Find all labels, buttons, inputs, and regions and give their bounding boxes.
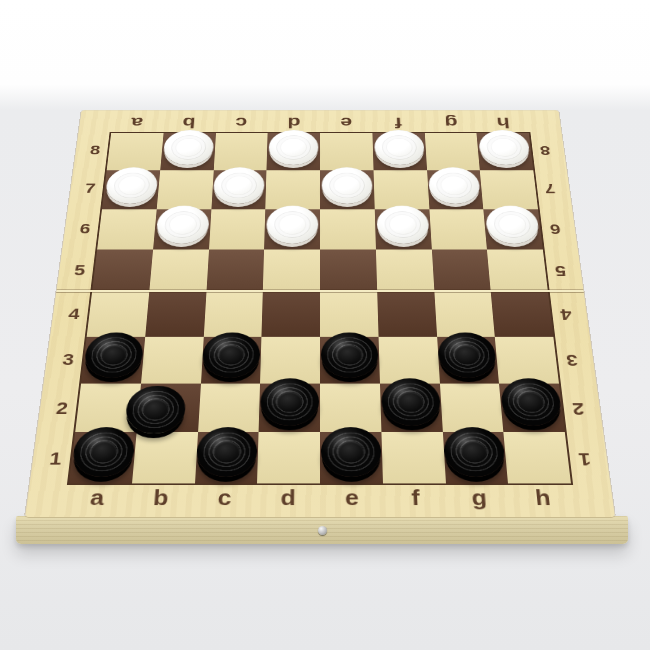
- square-c6[interactable]: [209, 209, 266, 250]
- square-g2[interactable]: [439, 383, 503, 432]
- square-f4[interactable]: [377, 292, 437, 336]
- square-d7[interactable]: [266, 170, 320, 209]
- board-hinge-seam: [56, 289, 584, 293]
- rank-label-right-6: 6: [549, 220, 562, 237]
- square-a4[interactable]: [87, 292, 149, 336]
- checkers-board: abcdefgh abcdefgh 87654321 87654321: [25, 110, 615, 517]
- board-front-edge: [16, 516, 628, 544]
- square-e4[interactable]: [320, 292, 378, 336]
- square-b5[interactable]: [149, 250, 209, 292]
- rank-label-right-2: 2: [571, 398, 585, 418]
- square-d3[interactable]: [260, 337, 320, 384]
- file-label-bottom-f: f: [383, 484, 448, 511]
- square-g5[interactable]: [431, 250, 491, 292]
- file-label-bottom-d: d: [256, 484, 320, 511]
- piece-white-f8[interactable]: [374, 130, 425, 165]
- square-f7[interactable]: [373, 170, 429, 209]
- piece-black-e3[interactable]: [321, 332, 379, 377]
- file-label-bottom-h: h: [510, 484, 577, 511]
- file-label-top-c: c: [235, 113, 248, 131]
- square-a6[interactable]: [97, 209, 156, 250]
- piece-white-e7[interactable]: [322, 167, 373, 203]
- rank-label-left-1: 1: [37, 433, 73, 485]
- rank-label-left-3: 3: [51, 337, 85, 384]
- rank-label-right-8: 8: [539, 143, 551, 158]
- square-b4[interactable]: [145, 292, 206, 336]
- square-e2[interactable]: [320, 383, 381, 432]
- rank-label-right-5: 5: [554, 262, 567, 279]
- square-d5[interactable]: [263, 250, 320, 292]
- rank-label-left-4: 4: [57, 292, 90, 337]
- rank-label-left-8: 8: [80, 132, 110, 169]
- square-g8[interactable]: [424, 133, 480, 170]
- piece-white-d8[interactable]: [268, 130, 318, 165]
- photo-scene: abcdefgh abcdefgh 87654321 87654321: [0, 0, 650, 650]
- square-c5[interactable]: [206, 250, 264, 292]
- square-d1[interactable]: [257, 432, 320, 483]
- file-label-top-g: g: [444, 113, 458, 131]
- rank-label-right-7: 7: [544, 181, 556, 197]
- square-e5[interactable]: [320, 250, 377, 292]
- file-label-bottom-g: g: [447, 484, 513, 511]
- square-b7[interactable]: [157, 170, 214, 209]
- square-e8[interactable]: [320, 133, 373, 170]
- square-h3[interactable]: [495, 337, 559, 384]
- file-label-top-b: b: [182, 113, 196, 131]
- square-a8[interactable]: [107, 133, 164, 170]
- rank-label-left-5: 5: [63, 249, 95, 292]
- rank-label-left-7: 7: [75, 169, 105, 208]
- file-labels-top: abcdefgh: [110, 113, 531, 131]
- file-label-top-a: a: [130, 113, 144, 131]
- square-h5[interactable]: [487, 250, 548, 292]
- file-label-bottom-b: b: [128, 484, 194, 511]
- square-f5[interactable]: [376, 250, 434, 292]
- square-c4[interactable]: [203, 292, 263, 336]
- file-label-top-h: h: [496, 113, 511, 131]
- square-h4[interactable]: [491, 292, 553, 336]
- file-label-bottom-e: e: [320, 484, 384, 511]
- square-d4[interactable]: [262, 292, 320, 336]
- rank-label-left-2: 2: [44, 384, 79, 433]
- rank-label-right-1: 1: [577, 448, 592, 469]
- square-e6[interactable]: [320, 209, 376, 250]
- rank-label-left-6: 6: [69, 208, 100, 249]
- file-label-top-e: e: [340, 113, 352, 131]
- square-c8[interactable]: [213, 133, 267, 170]
- square-g4[interactable]: [434, 292, 495, 336]
- square-c2[interactable]: [198, 383, 261, 432]
- piece-black-e1[interactable]: [321, 427, 382, 477]
- file-label-top-f: f: [395, 113, 403, 131]
- square-b3[interactable]: [141, 337, 204, 384]
- square-f1[interactable]: [381, 432, 445, 483]
- file-label-bottom-a: a: [64, 484, 131, 511]
- rank-label-right-4: 4: [559, 305, 572, 323]
- square-f3[interactable]: [378, 337, 439, 384]
- square-a5[interactable]: [92, 250, 153, 292]
- file-label-bottom-c: c: [192, 484, 257, 511]
- square-h7[interactable]: [480, 170, 538, 209]
- square-b1[interactable]: [132, 432, 198, 483]
- square-g6[interactable]: [429, 209, 487, 250]
- square-h1[interactable]: [504, 432, 571, 483]
- hinge-screw: [318, 526, 327, 535]
- file-label-top-d: d: [287, 113, 300, 131]
- file-labels-bottom: abcdefgh: [64, 484, 577, 511]
- rank-label-right-3: 3: [565, 351, 579, 370]
